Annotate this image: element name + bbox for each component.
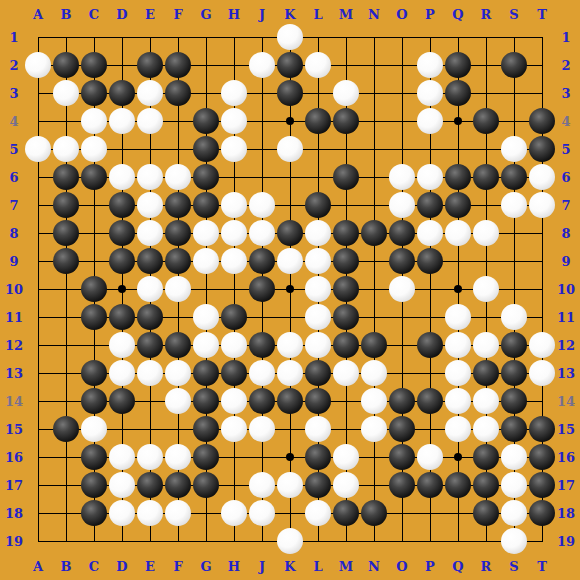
intersection-H4[interactable]	[220, 107, 248, 135]
intersection-S11[interactable]	[500, 303, 528, 331]
intersection-B15[interactable]	[52, 415, 80, 443]
intersection-J10[interactable]	[248, 275, 276, 303]
go-board[interactable]: AABBCCDDEEFFGGHHJJKKLLMMNNOOPPQQRRSSTT11…	[0, 0, 580, 580]
intersection-H9[interactable]	[220, 247, 248, 275]
intersection-O1[interactable]	[388, 23, 416, 51]
intersection-N10[interactable]	[360, 275, 388, 303]
intersection-P16[interactable]	[416, 443, 444, 471]
intersection-K15[interactable]	[276, 415, 304, 443]
intersection-B12[interactable]	[52, 331, 80, 359]
intersection-E10[interactable]	[136, 275, 164, 303]
intersection-O19[interactable]	[388, 527, 416, 555]
intersection-S2[interactable]	[500, 51, 528, 79]
intersection-N13[interactable]	[360, 359, 388, 387]
intersection-J14[interactable]	[248, 387, 276, 415]
intersection-Q11[interactable]	[444, 303, 472, 331]
intersection-A15[interactable]	[24, 415, 52, 443]
intersection-J6[interactable]	[248, 163, 276, 191]
intersection-M6[interactable]	[332, 163, 360, 191]
intersection-S12[interactable]	[500, 331, 528, 359]
intersection-Q3[interactable]	[444, 79, 472, 107]
intersection-G18[interactable]	[192, 499, 220, 527]
intersection-P19[interactable]	[416, 527, 444, 555]
intersection-L7[interactable]	[304, 191, 332, 219]
intersection-Q13[interactable]	[444, 359, 472, 387]
intersection-S5[interactable]	[500, 135, 528, 163]
intersection-A8[interactable]	[24, 219, 52, 247]
intersection-Q2[interactable]	[444, 51, 472, 79]
intersection-F10[interactable]	[164, 275, 192, 303]
intersection-N7[interactable]	[360, 191, 388, 219]
intersection-P4[interactable]	[416, 107, 444, 135]
intersection-C3[interactable]	[80, 79, 108, 107]
intersection-B10[interactable]	[52, 275, 80, 303]
intersection-D4[interactable]	[108, 107, 136, 135]
intersection-B14[interactable]	[52, 387, 80, 415]
intersection-M3[interactable]	[332, 79, 360, 107]
intersection-G10[interactable]	[192, 275, 220, 303]
intersection-T18[interactable]	[528, 499, 556, 527]
intersection-E7[interactable]	[136, 191, 164, 219]
intersection-L13[interactable]	[304, 359, 332, 387]
intersection-M8[interactable]	[332, 219, 360, 247]
intersection-T5[interactable]	[528, 135, 556, 163]
intersection-H10[interactable]	[220, 275, 248, 303]
intersection-O2[interactable]	[388, 51, 416, 79]
intersection-R1[interactable]	[472, 23, 500, 51]
intersection-L6[interactable]	[304, 163, 332, 191]
intersection-T17[interactable]	[528, 471, 556, 499]
intersection-F15[interactable]	[164, 415, 192, 443]
intersection-D10[interactable]	[108, 275, 136, 303]
intersection-G12[interactable]	[192, 331, 220, 359]
intersection-S10[interactable]	[500, 275, 528, 303]
intersection-H6[interactable]	[220, 163, 248, 191]
intersection-G3[interactable]	[192, 79, 220, 107]
intersection-J5[interactable]	[248, 135, 276, 163]
intersection-K7[interactable]	[276, 191, 304, 219]
intersection-L5[interactable]	[304, 135, 332, 163]
intersection-D6[interactable]	[108, 163, 136, 191]
intersection-M9[interactable]	[332, 247, 360, 275]
intersection-B16[interactable]	[52, 443, 80, 471]
intersection-T1[interactable]	[528, 23, 556, 51]
intersection-H3[interactable]	[220, 79, 248, 107]
intersection-N16[interactable]	[360, 443, 388, 471]
intersection-R13[interactable]	[472, 359, 500, 387]
intersection-P9[interactable]	[416, 247, 444, 275]
intersection-K14[interactable]	[276, 387, 304, 415]
intersection-O13[interactable]	[388, 359, 416, 387]
intersection-S6[interactable]	[500, 163, 528, 191]
intersection-A14[interactable]	[24, 387, 52, 415]
intersection-M15[interactable]	[332, 415, 360, 443]
intersection-F11[interactable]	[164, 303, 192, 331]
intersection-E19[interactable]	[136, 527, 164, 555]
intersection-P15[interactable]	[416, 415, 444, 443]
intersection-E2[interactable]	[136, 51, 164, 79]
intersection-F13[interactable]	[164, 359, 192, 387]
intersection-K9[interactable]	[276, 247, 304, 275]
intersection-K4[interactable]	[276, 107, 304, 135]
intersection-G6[interactable]	[192, 163, 220, 191]
intersection-C14[interactable]	[80, 387, 108, 415]
intersection-K11[interactable]	[276, 303, 304, 331]
intersection-F5[interactable]	[164, 135, 192, 163]
intersection-D3[interactable]	[108, 79, 136, 107]
intersection-H16[interactable]	[220, 443, 248, 471]
intersection-T4[interactable]	[528, 107, 556, 135]
intersection-Q8[interactable]	[444, 219, 472, 247]
intersection-F7[interactable]	[164, 191, 192, 219]
intersection-D7[interactable]	[108, 191, 136, 219]
intersection-T14[interactable]	[528, 387, 556, 415]
intersection-E11[interactable]	[136, 303, 164, 331]
intersection-J15[interactable]	[248, 415, 276, 443]
intersection-C10[interactable]	[80, 275, 108, 303]
intersection-K3[interactable]	[276, 79, 304, 107]
intersection-E14[interactable]	[136, 387, 164, 415]
intersection-F8[interactable]	[164, 219, 192, 247]
intersection-S16[interactable]	[500, 443, 528, 471]
intersection-H13[interactable]	[220, 359, 248, 387]
intersection-J2[interactable]	[248, 51, 276, 79]
intersection-C11[interactable]	[80, 303, 108, 331]
intersection-K18[interactable]	[276, 499, 304, 527]
intersection-D15[interactable]	[108, 415, 136, 443]
intersection-D5[interactable]	[108, 135, 136, 163]
intersection-S13[interactable]	[500, 359, 528, 387]
intersection-B4[interactable]	[52, 107, 80, 135]
intersection-P7[interactable]	[416, 191, 444, 219]
intersection-F9[interactable]	[164, 247, 192, 275]
intersection-D1[interactable]	[108, 23, 136, 51]
intersection-P2[interactable]	[416, 51, 444, 79]
intersection-P17[interactable]	[416, 471, 444, 499]
intersection-N17[interactable]	[360, 471, 388, 499]
intersection-C4[interactable]	[80, 107, 108, 135]
intersection-J9[interactable]	[248, 247, 276, 275]
intersection-E4[interactable]	[136, 107, 164, 135]
intersection-P11[interactable]	[416, 303, 444, 331]
intersection-A19[interactable]	[24, 527, 52, 555]
intersection-A1[interactable]	[24, 23, 52, 51]
intersection-D16[interactable]	[108, 443, 136, 471]
intersection-K2[interactable]	[276, 51, 304, 79]
intersection-Q18[interactable]	[444, 499, 472, 527]
intersection-J13[interactable]	[248, 359, 276, 387]
intersection-B2[interactable]	[52, 51, 80, 79]
intersection-R15[interactable]	[472, 415, 500, 443]
intersection-O6[interactable]	[388, 163, 416, 191]
intersection-A5[interactable]	[24, 135, 52, 163]
intersection-T13[interactable]	[528, 359, 556, 387]
intersection-R14[interactable]	[472, 387, 500, 415]
intersection-K13[interactable]	[276, 359, 304, 387]
intersection-F12[interactable]	[164, 331, 192, 359]
intersection-G13[interactable]	[192, 359, 220, 387]
intersection-T15[interactable]	[528, 415, 556, 443]
intersection-O14[interactable]	[388, 387, 416, 415]
intersection-H1[interactable]	[220, 23, 248, 51]
intersection-O3[interactable]	[388, 79, 416, 107]
intersection-A6[interactable]	[24, 163, 52, 191]
intersection-E12[interactable]	[136, 331, 164, 359]
intersection-P10[interactable]	[416, 275, 444, 303]
intersection-T12[interactable]	[528, 331, 556, 359]
intersection-H19[interactable]	[220, 527, 248, 555]
intersection-D11[interactable]	[108, 303, 136, 331]
intersection-Q14[interactable]	[444, 387, 472, 415]
intersection-B6[interactable]	[52, 163, 80, 191]
intersection-R7[interactable]	[472, 191, 500, 219]
intersection-M17[interactable]	[332, 471, 360, 499]
intersection-S17[interactable]	[500, 471, 528, 499]
intersection-K17[interactable]	[276, 471, 304, 499]
intersection-B18[interactable]	[52, 499, 80, 527]
intersection-M5[interactable]	[332, 135, 360, 163]
intersection-O7[interactable]	[388, 191, 416, 219]
intersection-M11[interactable]	[332, 303, 360, 331]
intersection-C8[interactable]	[80, 219, 108, 247]
intersection-L14[interactable]	[304, 387, 332, 415]
intersection-L17[interactable]	[304, 471, 332, 499]
intersection-J4[interactable]	[248, 107, 276, 135]
intersection-D12[interactable]	[108, 331, 136, 359]
intersection-J19[interactable]	[248, 527, 276, 555]
intersection-J16[interactable]	[248, 443, 276, 471]
intersection-K1[interactable]	[276, 23, 304, 51]
intersection-D9[interactable]	[108, 247, 136, 275]
intersection-A4[interactable]	[24, 107, 52, 135]
intersection-C9[interactable]	[80, 247, 108, 275]
intersection-M18[interactable]	[332, 499, 360, 527]
intersection-T16[interactable]	[528, 443, 556, 471]
intersection-R19[interactable]	[472, 527, 500, 555]
intersection-C13[interactable]	[80, 359, 108, 387]
intersection-N2[interactable]	[360, 51, 388, 79]
intersection-H17[interactable]	[220, 471, 248, 499]
intersection-Q12[interactable]	[444, 331, 472, 359]
intersection-J8[interactable]	[248, 219, 276, 247]
intersection-D17[interactable]	[108, 471, 136, 499]
intersection-E16[interactable]	[136, 443, 164, 471]
intersection-Q6[interactable]	[444, 163, 472, 191]
intersection-A10[interactable]	[24, 275, 52, 303]
intersection-S19[interactable]	[500, 527, 528, 555]
intersection-R12[interactable]	[472, 331, 500, 359]
intersection-M12[interactable]	[332, 331, 360, 359]
intersection-S18[interactable]	[500, 499, 528, 527]
intersection-H8[interactable]	[220, 219, 248, 247]
intersection-S1[interactable]	[500, 23, 528, 51]
intersection-R8[interactable]	[472, 219, 500, 247]
intersection-E6[interactable]	[136, 163, 164, 191]
intersection-F16[interactable]	[164, 443, 192, 471]
intersection-D14[interactable]	[108, 387, 136, 415]
intersection-H14[interactable]	[220, 387, 248, 415]
intersection-N8[interactable]	[360, 219, 388, 247]
intersection-A18[interactable]	[24, 499, 52, 527]
intersection-H18[interactable]	[220, 499, 248, 527]
intersection-P18[interactable]	[416, 499, 444, 527]
intersection-A16[interactable]	[24, 443, 52, 471]
intersection-M4[interactable]	[332, 107, 360, 135]
intersection-F19[interactable]	[164, 527, 192, 555]
intersection-F17[interactable]	[164, 471, 192, 499]
intersection-Q1[interactable]	[444, 23, 472, 51]
intersection-T8[interactable]	[528, 219, 556, 247]
intersection-H5[interactable]	[220, 135, 248, 163]
intersection-H7[interactable]	[220, 191, 248, 219]
intersection-T3[interactable]	[528, 79, 556, 107]
intersection-A12[interactable]	[24, 331, 52, 359]
intersection-A3[interactable]	[24, 79, 52, 107]
intersection-Q9[interactable]	[444, 247, 472, 275]
intersection-N18[interactable]	[360, 499, 388, 527]
intersection-A17[interactable]	[24, 471, 52, 499]
intersection-E18[interactable]	[136, 499, 164, 527]
intersection-B17[interactable]	[52, 471, 80, 499]
intersection-P5[interactable]	[416, 135, 444, 163]
intersection-O18[interactable]	[388, 499, 416, 527]
intersection-R9[interactable]	[472, 247, 500, 275]
intersection-A11[interactable]	[24, 303, 52, 331]
intersection-P14[interactable]	[416, 387, 444, 415]
intersection-K5[interactable]	[276, 135, 304, 163]
intersection-Q10[interactable]	[444, 275, 472, 303]
intersection-Q15[interactable]	[444, 415, 472, 443]
intersection-J7[interactable]	[248, 191, 276, 219]
intersection-O8[interactable]	[388, 219, 416, 247]
intersection-N11[interactable]	[360, 303, 388, 331]
intersection-F18[interactable]	[164, 499, 192, 527]
intersection-G4[interactable]	[192, 107, 220, 135]
intersection-L1[interactable]	[304, 23, 332, 51]
intersection-L9[interactable]	[304, 247, 332, 275]
intersection-H11[interactable]	[220, 303, 248, 331]
intersection-P13[interactable]	[416, 359, 444, 387]
intersection-L11[interactable]	[304, 303, 332, 331]
intersection-N4[interactable]	[360, 107, 388, 135]
intersection-N1[interactable]	[360, 23, 388, 51]
intersection-G16[interactable]	[192, 443, 220, 471]
intersection-S15[interactable]	[500, 415, 528, 443]
intersection-J18[interactable]	[248, 499, 276, 527]
intersection-E17[interactable]	[136, 471, 164, 499]
intersection-T11[interactable]	[528, 303, 556, 331]
intersection-M10[interactable]	[332, 275, 360, 303]
intersection-P8[interactable]	[416, 219, 444, 247]
intersection-K6[interactable]	[276, 163, 304, 191]
intersection-O17[interactable]	[388, 471, 416, 499]
intersection-C5[interactable]	[80, 135, 108, 163]
intersection-Q16[interactable]	[444, 443, 472, 471]
intersection-S9[interactable]	[500, 247, 528, 275]
intersection-S14[interactable]	[500, 387, 528, 415]
intersection-R16[interactable]	[472, 443, 500, 471]
intersection-Q17[interactable]	[444, 471, 472, 499]
intersection-O10[interactable]	[388, 275, 416, 303]
intersection-L18[interactable]	[304, 499, 332, 527]
intersection-J11[interactable]	[248, 303, 276, 331]
intersection-G15[interactable]	[192, 415, 220, 443]
intersection-Q7[interactable]	[444, 191, 472, 219]
intersection-C2[interactable]	[80, 51, 108, 79]
intersection-G1[interactable]	[192, 23, 220, 51]
intersection-N3[interactable]	[360, 79, 388, 107]
intersection-C19[interactable]	[80, 527, 108, 555]
intersection-F1[interactable]	[164, 23, 192, 51]
intersection-G9[interactable]	[192, 247, 220, 275]
intersection-E5[interactable]	[136, 135, 164, 163]
intersection-O4[interactable]	[388, 107, 416, 135]
intersection-B9[interactable]	[52, 247, 80, 275]
intersection-H2[interactable]	[220, 51, 248, 79]
intersection-M1[interactable]	[332, 23, 360, 51]
intersection-N6[interactable]	[360, 163, 388, 191]
intersection-D8[interactable]	[108, 219, 136, 247]
intersection-N9[interactable]	[360, 247, 388, 275]
intersection-B13[interactable]	[52, 359, 80, 387]
intersection-Q5[interactable]	[444, 135, 472, 163]
intersection-L10[interactable]	[304, 275, 332, 303]
intersection-T9[interactable]	[528, 247, 556, 275]
intersection-H12[interactable]	[220, 331, 248, 359]
intersection-N15[interactable]	[360, 415, 388, 443]
intersection-R11[interactable]	[472, 303, 500, 331]
intersection-P3[interactable]	[416, 79, 444, 107]
intersection-T2[interactable]	[528, 51, 556, 79]
intersection-T19[interactable]	[528, 527, 556, 555]
intersection-D19[interactable]	[108, 527, 136, 555]
intersection-E8[interactable]	[136, 219, 164, 247]
intersection-E9[interactable]	[136, 247, 164, 275]
intersection-F4[interactable]	[164, 107, 192, 135]
intersection-N12[interactable]	[360, 331, 388, 359]
intersection-R2[interactable]	[472, 51, 500, 79]
intersection-L12[interactable]	[304, 331, 332, 359]
intersection-S3[interactable]	[500, 79, 528, 107]
intersection-G14[interactable]	[192, 387, 220, 415]
intersection-J12[interactable]	[248, 331, 276, 359]
intersection-J3[interactable]	[248, 79, 276, 107]
intersection-Q4[interactable]	[444, 107, 472, 135]
intersection-O16[interactable]	[388, 443, 416, 471]
intersection-F14[interactable]	[164, 387, 192, 415]
intersection-R6[interactable]	[472, 163, 500, 191]
intersection-O15[interactable]	[388, 415, 416, 443]
intersection-L8[interactable]	[304, 219, 332, 247]
intersection-G5[interactable]	[192, 135, 220, 163]
intersection-G17[interactable]	[192, 471, 220, 499]
intersection-K16[interactable]	[276, 443, 304, 471]
intersection-K10[interactable]	[276, 275, 304, 303]
intersection-O12[interactable]	[388, 331, 416, 359]
intersection-A9[interactable]	[24, 247, 52, 275]
intersection-O5[interactable]	[388, 135, 416, 163]
intersection-M13[interactable]	[332, 359, 360, 387]
intersection-L2[interactable]	[304, 51, 332, 79]
intersection-M19[interactable]	[332, 527, 360, 555]
intersection-B1[interactable]	[52, 23, 80, 51]
intersection-F2[interactable]	[164, 51, 192, 79]
intersection-K19[interactable]	[276, 527, 304, 555]
intersection-R3[interactable]	[472, 79, 500, 107]
intersection-L19[interactable]	[304, 527, 332, 555]
intersection-N14[interactable]	[360, 387, 388, 415]
intersection-T6[interactable]	[528, 163, 556, 191]
